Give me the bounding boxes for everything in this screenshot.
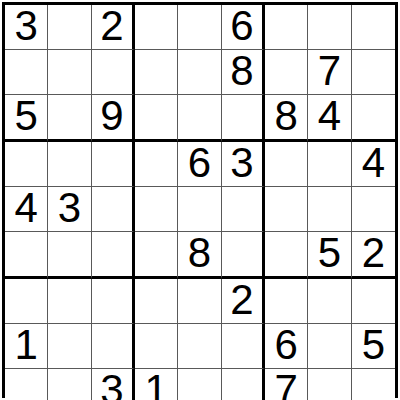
cell-r5c5-empty[interactable] <box>178 187 221 232</box>
cell-r5c8-empty[interactable] <box>308 187 351 232</box>
cell-r4c9-given[interactable]: 4 <box>352 142 395 187</box>
cell-r8c1-given[interactable]: 1 <box>5 324 48 369</box>
cell-r2c1-empty[interactable] <box>5 50 48 95</box>
cell-r9c7-given[interactable]: 7 <box>265 369 308 400</box>
cell-r9c5-empty[interactable] <box>178 369 221 400</box>
cell-r6c8-given[interactable]: 5 <box>308 232 351 279</box>
cell-r5c1-given[interactable]: 4 <box>5 187 48 232</box>
cell-r2c7-empty[interactable] <box>265 50 308 95</box>
cell-r2c6-given[interactable]: 8 <box>222 50 265 95</box>
cell-r5c9-empty[interactable] <box>352 187 395 232</box>
cell-r4c5-given[interactable]: 6 <box>178 142 221 187</box>
cell-r8c7-given[interactable]: 6 <box>265 324 308 369</box>
cell-r1c4-empty[interactable] <box>135 5 178 50</box>
cell-r3c2-empty[interactable] <box>48 95 91 142</box>
cell-r1c1-given[interactable]: 3 <box>5 5 48 50</box>
cell-r4c4-empty[interactable] <box>135 142 178 187</box>
cell-r5c6-empty[interactable] <box>222 187 265 232</box>
cell-r6c1-empty[interactable] <box>5 232 48 279</box>
cell-r7c3-empty[interactable] <box>92 279 135 324</box>
cell-r2c2-empty[interactable] <box>48 50 91 95</box>
cell-r4c1-empty[interactable] <box>5 142 48 187</box>
cell-r9c9-empty[interactable] <box>352 369 395 400</box>
cell-r8c4-empty[interactable] <box>135 324 178 369</box>
cell-r1c9-empty[interactable] <box>352 5 395 50</box>
cell-r3c4-empty[interactable] <box>135 95 178 142</box>
cell-r6c3-empty[interactable] <box>92 232 135 279</box>
cell-r1c3-given[interactable]: 2 <box>92 5 135 50</box>
cell-r6c5-given[interactable]: 8 <box>178 232 221 279</box>
cell-r7c4-empty[interactable] <box>135 279 178 324</box>
cell-r5c2-given[interactable]: 3 <box>48 187 91 232</box>
cell-r3c6-empty[interactable] <box>222 95 265 142</box>
cell-r1c8-empty[interactable] <box>308 5 351 50</box>
cell-r1c6-given[interactable]: 6 <box>222 5 265 50</box>
cell-r3c5-empty[interactable] <box>178 95 221 142</box>
cell-r1c7-empty[interactable] <box>265 5 308 50</box>
cell-r6c9-given[interactable]: 2 <box>352 232 395 279</box>
cell-r8c3-empty[interactable] <box>92 324 135 369</box>
cell-r5c7-empty[interactable] <box>265 187 308 232</box>
cell-r7c2-empty[interactable] <box>48 279 91 324</box>
cell-r6c6-empty[interactable] <box>222 232 265 279</box>
cell-r4c3-empty[interactable] <box>92 142 135 187</box>
cell-r5c3-empty[interactable] <box>92 187 135 232</box>
cell-r2c8-given[interactable]: 7 <box>308 50 351 95</box>
cell-r3c8-given[interactable]: 4 <box>308 95 351 142</box>
cell-r6c4-empty[interactable] <box>135 232 178 279</box>
cell-r1c5-empty[interactable] <box>178 5 221 50</box>
cell-r8c5-empty[interactable] <box>178 324 221 369</box>
cell-r7c8-empty[interactable] <box>308 279 351 324</box>
cell-r3c7-given[interactable]: 8 <box>265 95 308 142</box>
cell-r9c2-empty[interactable] <box>48 369 91 400</box>
cell-r8c9-given[interactable]: 5 <box>352 324 395 369</box>
cell-r6c7-empty[interactable] <box>265 232 308 279</box>
cell-r7c6-given[interactable]: 2 <box>222 279 265 324</box>
cell-r2c5-empty[interactable] <box>178 50 221 95</box>
cell-r7c7-empty[interactable] <box>265 279 308 324</box>
sudoku-board: 326875984634438522165317 <box>2 2 398 398</box>
cell-r4c2-empty[interactable] <box>48 142 91 187</box>
cell-r8c2-empty[interactable] <box>48 324 91 369</box>
cell-r9c8-empty[interactable] <box>308 369 351 400</box>
sudoku-puzzle: 326875984634438522165317 <box>0 2 400 400</box>
cell-r8c8-empty[interactable] <box>308 324 351 369</box>
cell-r9c1-empty[interactable] <box>5 369 48 400</box>
cell-r9c6-empty[interactable] <box>222 369 265 400</box>
cell-r3c9-empty[interactable] <box>352 95 395 142</box>
cell-r2c4-empty[interactable] <box>135 50 178 95</box>
cell-r3c1-given[interactable]: 5 <box>5 95 48 142</box>
cell-r9c4-given[interactable]: 1 <box>135 369 178 400</box>
cell-r7c5-empty[interactable] <box>178 279 221 324</box>
cell-r4c6-given[interactable]: 3 <box>222 142 265 187</box>
cell-r2c3-empty[interactable] <box>92 50 135 95</box>
cell-r4c7-empty[interactable] <box>265 142 308 187</box>
cell-r3c3-given[interactable]: 9 <box>92 95 135 142</box>
cell-r5c4-empty[interactable] <box>135 187 178 232</box>
cell-r8c6-empty[interactable] <box>222 324 265 369</box>
cell-r7c1-empty[interactable] <box>5 279 48 324</box>
cell-r2c9-empty[interactable] <box>352 50 395 95</box>
cell-r9c3-given[interactable]: 3 <box>92 369 135 400</box>
cell-r4c8-empty[interactable] <box>308 142 351 187</box>
cell-r6c2-empty[interactable] <box>48 232 91 279</box>
cell-r1c2-empty[interactable] <box>48 5 91 50</box>
cell-r7c9-empty[interactable] <box>352 279 395 324</box>
